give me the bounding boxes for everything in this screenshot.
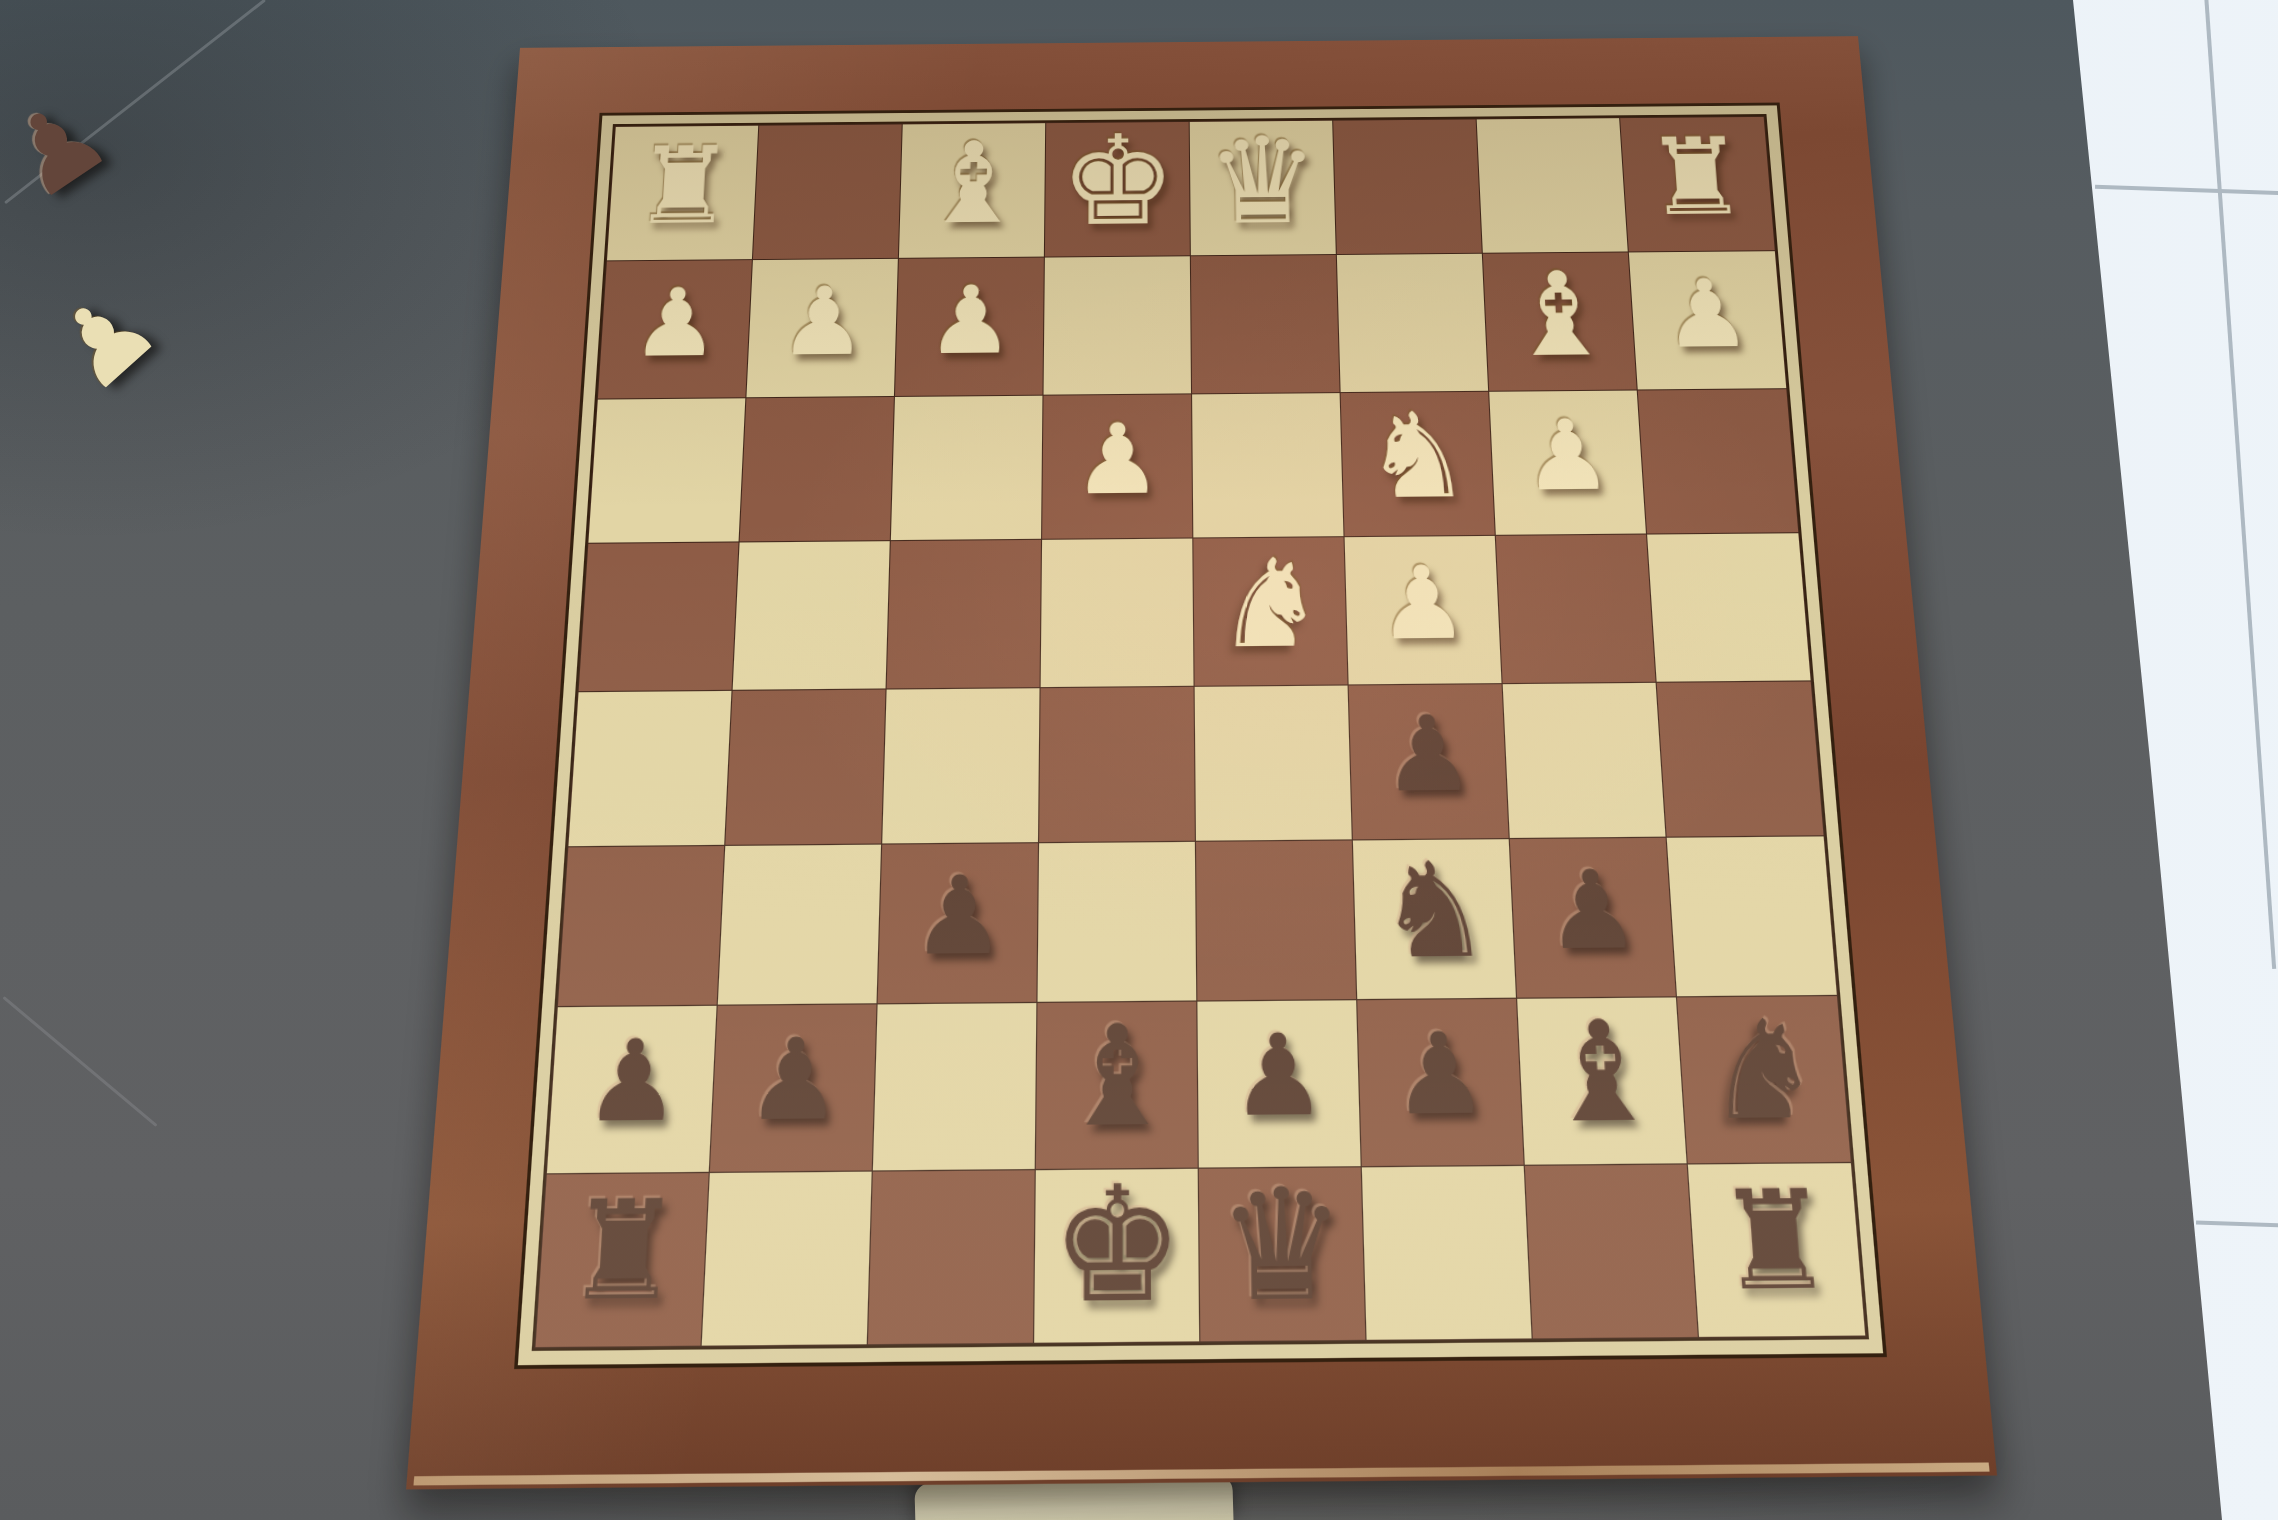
- square-d5[interactable]: [1195, 686, 1353, 842]
- square-e5[interactable]: [1039, 687, 1196, 843]
- square-e2[interactable]: [1044, 256, 1193, 396]
- square-a3[interactable]: [1638, 389, 1799, 534]
- piece-black-pawn-c5[interactable]: ♟: [1381, 703, 1477, 808]
- square-f8[interactable]: [868, 1170, 1036, 1345]
- piece-black-pawn-b6[interactable]: ♟: [1543, 856, 1643, 965]
- square-h4[interactable]: [579, 542, 740, 692]
- square-f4[interactable]: [887, 539, 1042, 689]
- square-h3[interactable]: [588, 398, 746, 543]
- piece-black-pawn-c7[interactable]: ♟: [1390, 1019, 1490, 1133]
- piece-white-pawn-b3[interactable]: ♟: [1520, 408, 1614, 506]
- square-b8[interactable]: [1525, 1164, 1699, 1339]
- piece-black-bishop-e7[interactable]: ♝: [1058, 1007, 1177, 1147]
- square-c8[interactable]: [1362, 1165, 1533, 1340]
- piece-black-pawn-g7[interactable]: ♟: [744, 1024, 844, 1138]
- piece-white-queen-d1[interactable]: ♛: [1205, 121, 1320, 242]
- piece-black-bishop-b7[interactable]: ♝: [1539, 1003, 1665, 1143]
- square-b5[interactable]: [1503, 683, 1667, 839]
- piece-white-pawn-c4[interactable]: ♟: [1376, 553, 1470, 655]
- piece-white-pawn-f2[interactable]: ♟: [926, 274, 1015, 369]
- square-f5[interactable]: [882, 688, 1040, 844]
- piece-white-rook-a1[interactable]: ♜: [1643, 124, 1751, 231]
- square-e6[interactable]: [1037, 841, 1197, 1003]
- piece-white-bishop-f1[interactable]: ♝: [919, 127, 1027, 240]
- square-g3[interactable]: [740, 397, 895, 542]
- piece-white-rook-h1[interactable]: ♜: [631, 133, 737, 240]
- square-g8[interactable]: [702, 1171, 873, 1346]
- tile-grout-line: [2196, 1220, 2278, 1227]
- square-a5[interactable]: [1657, 681, 1824, 837]
- square-g5[interactable]: [725, 690, 886, 846]
- square-e4[interactable]: [1041, 538, 1195, 688]
- square-b4[interactable]: [1496, 534, 1657, 684]
- piece-white-pawn-g2[interactable]: ♟: [778, 275, 869, 370]
- piece-black-pawn-f6[interactable]: ♟: [911, 862, 1007, 971]
- square-a6[interactable]: [1667, 836, 1837, 998]
- square-b1[interactable]: [1477, 118, 1629, 253]
- square-h5[interactable]: [568, 691, 732, 847]
- square-g1[interactable]: [753, 124, 903, 259]
- square-c1[interactable]: [1333, 119, 1483, 254]
- board-inlay-border: ♜♝♚♛♜♟♟♟♝♟♟♞♟♞♟♟♟♞♟♟♟♝♟♟♝♞♜♚♛♜: [514, 103, 1887, 1369]
- square-f7[interactable]: [873, 1003, 1038, 1171]
- piece-white-pawn-e3[interactable]: ♟: [1073, 412, 1162, 510]
- square-a4[interactable]: [1647, 533, 1811, 683]
- piece-white-pawn-h2[interactable]: ♟: [630, 276, 723, 371]
- piece-black-pawn-h7[interactable]: ♟: [582, 1026, 684, 1140]
- floor-scratch: [2, 996, 157, 1127]
- square-g4[interactable]: [733, 541, 891, 691]
- square-g6[interactable]: [718, 844, 882, 1006]
- square-d6[interactable]: [1196, 840, 1357, 1002]
- piece-black-king-e8[interactable]: ♚: [1050, 1165, 1184, 1326]
- tile-grout-line: [2095, 185, 2278, 196]
- tile-grout-line: [2204, 0, 2276, 969]
- piece-black-rook-h8[interactable]: ♜: [563, 1182, 685, 1320]
- piece-white-king-e1[interactable]: ♚: [1059, 120, 1177, 245]
- piece-black-rook-a8[interactable]: ♜: [1713, 1172, 1837, 1310]
- piece-white-pawn-a2[interactable]: ♟: [1660, 267, 1754, 362]
- square-d3[interactable]: [1192, 393, 1344, 538]
- square-h6[interactable]: [558, 845, 725, 1007]
- piece-white-knight-d4[interactable]: ♞: [1215, 543, 1327, 666]
- piece-black-pawn-d7[interactable]: ♟: [1230, 1020, 1328, 1134]
- piece-white-knight-c3[interactable]: ♞: [1362, 397, 1474, 516]
- board-grid: ♜♝♚♛♜♟♟♟♝♟♟♞♟♞♟♟♟♞♟♟♟♝♟♟♝♞♜♚♛♜: [532, 114, 1869, 1351]
- piece-black-queen-d8[interactable]: ♛: [1217, 1167, 1349, 1323]
- piece-white-bishop-b2[interactable]: ♝: [1503, 256, 1617, 373]
- square-c2[interactable]: [1337, 253, 1489, 393]
- piece-black-knight-c6[interactable]: ♞: [1375, 845, 1494, 978]
- square-f3[interactable]: [891, 396, 1044, 541]
- piece-black-knight-a7[interactable]: ♞: [1700, 1003, 1826, 1141]
- chess-board: ♜♝♚♛♜♟♟♟♝♟♟♞♟♞♟♟♟♞♟♟♟♝♟♟♝♞♜♚♛♜: [406, 36, 1997, 1489]
- square-d2[interactable]: [1191, 255, 1341, 395]
